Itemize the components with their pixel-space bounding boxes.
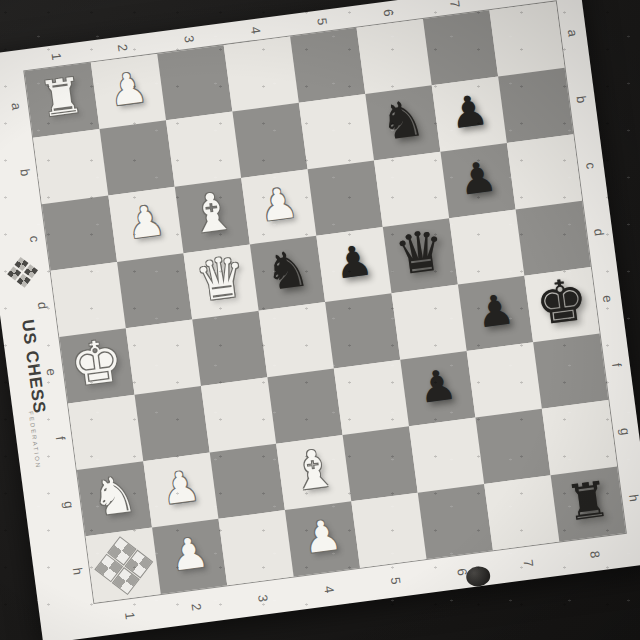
square-d4: ♞ <box>250 236 325 311</box>
bottom-label-4: 4 <box>294 568 365 610</box>
square-e1: ♚ <box>59 328 134 403</box>
piece-white-queen-d3: ♛ <box>192 248 249 310</box>
board-grid: ♜♟♞♟♟♝♟♟♛♞♟♛♚♟♚♟♞♟♝♟♟♜ <box>24 1 625 602</box>
square-h3 <box>218 510 293 585</box>
square-h8: ♜ <box>551 466 626 541</box>
square-g2: ♟ <box>143 452 218 527</box>
piece-white-bishop-g4: ♝ <box>287 441 340 499</box>
square-h5 <box>351 493 426 568</box>
square-b2 <box>100 120 175 195</box>
piece-black-king-e8: ♚ <box>532 269 591 333</box>
square-d2 <box>117 253 192 328</box>
piece-black-queen-d6: ♛ <box>391 221 448 283</box>
chess-board: 12345678 US CHESS FEDERATION abcdefgh ♜♟… <box>0 0 640 640</box>
square-f1 <box>68 395 143 470</box>
square-h7 <box>484 475 559 550</box>
square-a4 <box>224 36 299 111</box>
square-d3: ♛ <box>183 244 258 319</box>
square-c5 <box>308 160 383 235</box>
square-a7 <box>423 10 498 85</box>
square-e7: ♟ <box>458 276 533 351</box>
piece-white-pawn-h4: ♟ <box>301 513 344 560</box>
square-f6: ♟ <box>400 351 475 426</box>
square-d7 <box>449 209 524 284</box>
square-b1 <box>33 129 108 204</box>
square-e4 <box>259 302 334 377</box>
piece-white-pawn-h2: ♟ <box>168 531 211 578</box>
bottom-label-2: 2 <box>161 585 232 627</box>
piece-white-pawn-c2: ♟ <box>124 199 167 246</box>
square-e5 <box>325 293 400 368</box>
bottom-label-8: 8 <box>559 533 630 575</box>
square-h6 <box>418 484 493 559</box>
square-c7: ♟ <box>440 143 515 218</box>
square-c8 <box>507 134 582 209</box>
square-g5 <box>343 426 418 501</box>
square-g1: ♞ <box>77 461 152 536</box>
bottom-label-1: 1 <box>94 594 165 636</box>
square-g8 <box>542 400 617 475</box>
square-a6 <box>357 19 432 94</box>
square-g3 <box>210 444 285 519</box>
piece-white-pawn-g2: ♟ <box>159 464 202 511</box>
square-g7 <box>475 409 550 484</box>
square-c1 <box>42 195 117 270</box>
us-chess-corner-emblem <box>95 537 151 593</box>
square-h1 <box>86 528 161 603</box>
square-b8 <box>498 68 573 143</box>
square-b4 <box>232 103 307 178</box>
square-f4 <box>267 369 342 444</box>
square-f8 <box>533 334 608 409</box>
square-a8 <box>489 1 564 76</box>
square-h2: ♟ <box>152 519 227 594</box>
bottom-label-5: 5 <box>360 559 431 601</box>
square-d5: ♟ <box>316 227 391 302</box>
square-c6 <box>374 152 449 227</box>
square-c4: ♟ <box>241 169 316 244</box>
bottom-label-3: 3 <box>227 577 298 619</box>
square-a1: ♜ <box>24 63 99 138</box>
square-e2 <box>126 320 201 395</box>
photo-canvas: 12345678 US CHESS FEDERATION abcdefgh ♜♟… <box>0 0 640 640</box>
piece-black-pawn-f6: ♟ <box>416 363 459 410</box>
piece-black-rook-h8: ♜ <box>563 474 613 528</box>
square-a3 <box>157 45 232 120</box>
square-c2: ♟ <box>108 187 183 262</box>
square-b7: ♟ <box>432 77 507 152</box>
square-f7 <box>467 342 542 417</box>
piece-black-pawn-d5: ♟ <box>332 239 375 286</box>
piece-white-pawn-a2: ♟ <box>107 66 150 113</box>
square-a2: ♟ <box>91 54 166 129</box>
piece-black-pawn-e7: ♟ <box>474 288 517 335</box>
square-f3 <box>201 377 276 452</box>
square-e3 <box>192 311 267 386</box>
square-h4: ♟ <box>285 501 360 576</box>
square-f2 <box>135 386 210 461</box>
square-b6: ♞ <box>365 85 440 160</box>
square-a5 <box>290 28 365 103</box>
piece-white-king-e1: ♚ <box>67 330 126 394</box>
piece-black-pawn-b7: ♟ <box>448 88 491 135</box>
piece-white-bishop-c3: ♝ <box>185 184 238 242</box>
piece-white-pawn-c4: ♟ <box>257 181 300 228</box>
piece-white-knight-g1: ♞ <box>89 468 140 523</box>
square-b3 <box>166 112 241 187</box>
piece-black-pawn-c7: ♟ <box>456 155 499 202</box>
bottom-label-7: 7 <box>493 542 564 584</box>
square-f5 <box>334 360 409 435</box>
square-d6: ♛ <box>383 218 458 293</box>
piece-white-rook-a1: ♜ <box>37 70 87 124</box>
square-b5 <box>299 94 374 169</box>
piece-black-knight-d4: ♞ <box>262 243 313 298</box>
square-g4: ♝ <box>276 435 351 510</box>
piece-black-knight-b6: ♞ <box>377 92 428 147</box>
square-c3: ♝ <box>175 178 250 253</box>
square-e6 <box>392 285 467 360</box>
square-e8: ♚ <box>524 267 599 342</box>
square-g6 <box>409 417 484 492</box>
